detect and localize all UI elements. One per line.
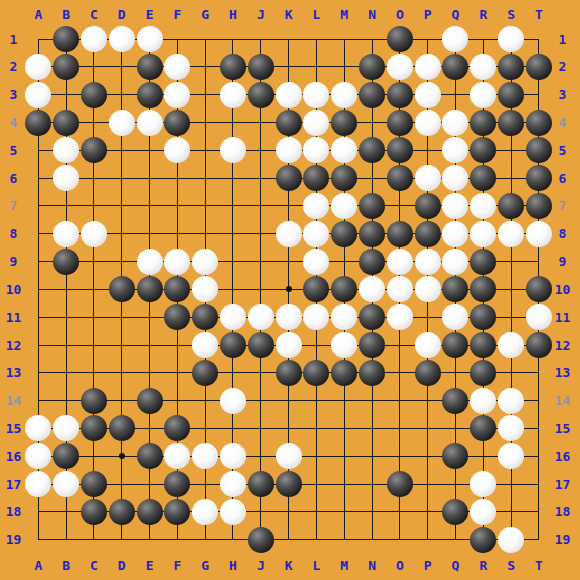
cell-N10[interactable]: [358, 276, 386, 304]
cell-O3[interactable]: [386, 81, 414, 109]
cell-O12[interactable]: [386, 331, 414, 359]
cell-K4[interactable]: [275, 109, 303, 137]
cell-D7[interactable]: [108, 192, 136, 220]
cell-A11[interactable]: [24, 303, 52, 331]
cell-C10[interactable]: [80, 276, 108, 304]
cell-O17[interactable]: [386, 470, 414, 498]
cell-S19[interactable]: [497, 526, 525, 554]
cell-S3[interactable]: [497, 81, 525, 109]
cell-P18[interactable]: [414, 498, 442, 526]
cell-D13[interactable]: [108, 359, 136, 387]
cell-R19[interactable]: [469, 526, 497, 554]
cell-C13[interactable]: [80, 359, 108, 387]
cell-O14[interactable]: [386, 387, 414, 415]
cell-N12[interactable]: [358, 331, 386, 359]
cell-P3[interactable]: [414, 81, 442, 109]
cell-C11[interactable]: [80, 303, 108, 331]
cell-A10[interactable]: [24, 276, 52, 304]
cell-E6[interactable]: [136, 164, 164, 192]
cell-R18[interactable]: [469, 498, 497, 526]
cell-C7[interactable]: [80, 192, 108, 220]
cell-F5[interactable]: [163, 136, 191, 164]
cell-M14[interactable]: [330, 387, 358, 415]
cell-F11[interactable]: [163, 303, 191, 331]
cell-E10[interactable]: [136, 276, 164, 304]
cell-P16[interactable]: [414, 442, 442, 470]
cell-L4[interactable]: [303, 109, 331, 137]
cell-P1[interactable]: [414, 25, 442, 53]
cell-Q13[interactable]: [442, 359, 470, 387]
cell-B7[interactable]: [52, 192, 80, 220]
cell-C2[interactable]: [80, 53, 108, 81]
cell-C14[interactable]: [80, 387, 108, 415]
cell-D4[interactable]: [108, 109, 136, 137]
cell-S1[interactable]: [497, 25, 525, 53]
cell-A15[interactable]: [24, 415, 52, 443]
cell-Q15[interactable]: [442, 415, 470, 443]
cell-R4[interactable]: [469, 109, 497, 137]
cell-S4[interactable]: [497, 109, 525, 137]
cell-A13[interactable]: [24, 359, 52, 387]
cell-G8[interactable]: [191, 220, 219, 248]
cell-J9[interactable]: [247, 248, 275, 276]
cell-K18[interactable]: [275, 498, 303, 526]
cell-D1[interactable]: [108, 25, 136, 53]
cell-B8[interactable]: [52, 220, 80, 248]
cell-B12[interactable]: [52, 331, 80, 359]
cell-Q11[interactable]: [442, 303, 470, 331]
cell-R12[interactable]: [469, 331, 497, 359]
cell-G3[interactable]: [191, 81, 219, 109]
cell-E9[interactable]: [136, 248, 164, 276]
cell-O16[interactable]: [386, 442, 414, 470]
cell-H9[interactable]: [219, 248, 247, 276]
cell-M5[interactable]: [330, 136, 358, 164]
cell-A3[interactable]: [24, 81, 52, 109]
cell-M10[interactable]: [330, 276, 358, 304]
cell-M6[interactable]: [330, 164, 358, 192]
cell-P2[interactable]: [414, 53, 442, 81]
cell-T4[interactable]: [525, 109, 553, 137]
cell-S18[interactable]: [497, 498, 525, 526]
cell-G5[interactable]: [191, 136, 219, 164]
cell-N16[interactable]: [358, 442, 386, 470]
cell-B13[interactable]: [52, 359, 80, 387]
cell-H16[interactable]: [219, 442, 247, 470]
cell-D11[interactable]: [108, 303, 136, 331]
cell-R1[interactable]: [469, 25, 497, 53]
cell-P6[interactable]: [414, 164, 442, 192]
cell-K14[interactable]: [275, 387, 303, 415]
cell-R3[interactable]: [469, 81, 497, 109]
cell-J5[interactable]: [247, 136, 275, 164]
cell-M2[interactable]: [330, 53, 358, 81]
cell-K16[interactable]: [275, 442, 303, 470]
cell-K12[interactable]: [275, 331, 303, 359]
cell-C18[interactable]: [80, 498, 108, 526]
cell-T9[interactable]: [525, 248, 553, 276]
cell-N2[interactable]: [358, 53, 386, 81]
cell-M19[interactable]: [330, 526, 358, 554]
cell-O9[interactable]: [386, 248, 414, 276]
cell-L18[interactable]: [303, 498, 331, 526]
cell-Q6[interactable]: [442, 164, 470, 192]
cell-O7[interactable]: [386, 192, 414, 220]
cell-L2[interactable]: [303, 53, 331, 81]
cell-M17[interactable]: [330, 470, 358, 498]
cell-B1[interactable]: [52, 25, 80, 53]
cell-J12[interactable]: [247, 331, 275, 359]
cell-L15[interactable]: [303, 415, 331, 443]
cell-C6[interactable]: [80, 164, 108, 192]
cell-A19[interactable]: [24, 526, 52, 554]
cell-J16[interactable]: [247, 442, 275, 470]
cell-P9[interactable]: [414, 248, 442, 276]
cell-G11[interactable]: [191, 303, 219, 331]
cell-Q17[interactable]: [442, 470, 470, 498]
cell-H2[interactable]: [219, 53, 247, 81]
cell-T1[interactable]: [525, 25, 553, 53]
cell-M15[interactable]: [330, 415, 358, 443]
cell-Q2[interactable]: [442, 53, 470, 81]
cell-T8[interactable]: [525, 220, 553, 248]
cell-K8[interactable]: [275, 220, 303, 248]
cell-Q14[interactable]: [442, 387, 470, 415]
cell-S5[interactable]: [497, 136, 525, 164]
cell-M11[interactable]: [330, 303, 358, 331]
cell-E3[interactable]: [136, 81, 164, 109]
cell-S8[interactable]: [497, 220, 525, 248]
cell-F15[interactable]: [163, 415, 191, 443]
cell-G1[interactable]: [191, 25, 219, 53]
cell-N7[interactable]: [358, 192, 386, 220]
cell-B9[interactable]: [52, 248, 80, 276]
cell-T3[interactable]: [525, 81, 553, 109]
cell-B17[interactable]: [52, 470, 80, 498]
cell-H8[interactable]: [219, 220, 247, 248]
cell-E19[interactable]: [136, 526, 164, 554]
cell-T14[interactable]: [525, 387, 553, 415]
cell-N14[interactable]: [358, 387, 386, 415]
cell-J17[interactable]: [247, 470, 275, 498]
cell-P17[interactable]: [414, 470, 442, 498]
cell-K5[interactable]: [275, 136, 303, 164]
cell-L1[interactable]: [303, 25, 331, 53]
cell-G19[interactable]: [191, 526, 219, 554]
cell-A4[interactable]: [24, 109, 52, 137]
cell-F17[interactable]: [163, 470, 191, 498]
cell-F6[interactable]: [163, 164, 191, 192]
cell-H15[interactable]: [219, 415, 247, 443]
cell-N19[interactable]: [358, 526, 386, 554]
cell-S17[interactable]: [497, 470, 525, 498]
cell-C17[interactable]: [80, 470, 108, 498]
cell-R16[interactable]: [469, 442, 497, 470]
cell-A14[interactable]: [24, 387, 52, 415]
cell-Q3[interactable]: [442, 81, 470, 109]
cell-N17[interactable]: [358, 470, 386, 498]
cell-O8[interactable]: [386, 220, 414, 248]
cell-A18[interactable]: [24, 498, 52, 526]
cell-O4[interactable]: [386, 109, 414, 137]
cell-J15[interactable]: [247, 415, 275, 443]
cell-J7[interactable]: [247, 192, 275, 220]
cell-T15[interactable]: [525, 415, 553, 443]
cell-R5[interactable]: [469, 136, 497, 164]
cell-P19[interactable]: [414, 526, 442, 554]
cell-B3[interactable]: [52, 81, 80, 109]
cell-S11[interactable]: [497, 303, 525, 331]
cell-K11[interactable]: [275, 303, 303, 331]
cell-L3[interactable]: [303, 81, 331, 109]
cell-B15[interactable]: [52, 415, 80, 443]
cell-R8[interactable]: [469, 220, 497, 248]
cell-M18[interactable]: [330, 498, 358, 526]
cell-H7[interactable]: [219, 192, 247, 220]
cell-D10[interactable]: [108, 276, 136, 304]
cell-D14[interactable]: [108, 387, 136, 415]
cell-F2[interactable]: [163, 53, 191, 81]
cell-N13[interactable]: [358, 359, 386, 387]
cell-R10[interactable]: [469, 276, 497, 304]
cell-G18[interactable]: [191, 498, 219, 526]
cell-C4[interactable]: [80, 109, 108, 137]
cell-N6[interactable]: [358, 164, 386, 192]
cell-A7[interactable]: [24, 192, 52, 220]
cell-Q1[interactable]: [442, 25, 470, 53]
cell-J2[interactable]: [247, 53, 275, 81]
cell-F10[interactable]: [163, 276, 191, 304]
cell-G2[interactable]: [191, 53, 219, 81]
cell-L17[interactable]: [303, 470, 331, 498]
cell-P8[interactable]: [414, 220, 442, 248]
cell-G14[interactable]: [191, 387, 219, 415]
cell-Q16[interactable]: [442, 442, 470, 470]
cell-A5[interactable]: [24, 136, 52, 164]
cell-E1[interactable]: [136, 25, 164, 53]
cell-L19[interactable]: [303, 526, 331, 554]
cell-S15[interactable]: [497, 415, 525, 443]
cell-J8[interactable]: [247, 220, 275, 248]
cell-A8[interactable]: [24, 220, 52, 248]
cell-C9[interactable]: [80, 248, 108, 276]
cell-E8[interactable]: [136, 220, 164, 248]
cell-H4[interactable]: [219, 109, 247, 137]
cell-P11[interactable]: [414, 303, 442, 331]
cell-R14[interactable]: [469, 387, 497, 415]
cell-M4[interactable]: [330, 109, 358, 137]
cell-P5[interactable]: [414, 136, 442, 164]
cell-E18[interactable]: [136, 498, 164, 526]
cell-N11[interactable]: [358, 303, 386, 331]
cell-J1[interactable]: [247, 25, 275, 53]
cell-Q8[interactable]: [442, 220, 470, 248]
cell-L11[interactable]: [303, 303, 331, 331]
cell-P10[interactable]: [414, 276, 442, 304]
cell-N15[interactable]: [358, 415, 386, 443]
cell-Q5[interactable]: [442, 136, 470, 164]
cell-B6[interactable]: [52, 164, 80, 192]
cell-E5[interactable]: [136, 136, 164, 164]
cell-G13[interactable]: [191, 359, 219, 387]
cell-T7[interactable]: [525, 192, 553, 220]
cell-M12[interactable]: [330, 331, 358, 359]
cell-H11[interactable]: [219, 303, 247, 331]
cell-O10[interactable]: [386, 276, 414, 304]
cell-S7[interactable]: [497, 192, 525, 220]
cell-T5[interactable]: [525, 136, 553, 164]
cell-M1[interactable]: [330, 25, 358, 53]
cell-P13[interactable]: [414, 359, 442, 387]
cell-C8[interactable]: [80, 220, 108, 248]
cell-D17[interactable]: [108, 470, 136, 498]
cell-R7[interactable]: [469, 192, 497, 220]
cell-O11[interactable]: [386, 303, 414, 331]
cell-F16[interactable]: [163, 442, 191, 470]
cell-R11[interactable]: [469, 303, 497, 331]
cell-D8[interactable]: [108, 220, 136, 248]
cell-H12[interactable]: [219, 331, 247, 359]
cell-K19[interactable]: [275, 526, 303, 554]
cell-R15[interactable]: [469, 415, 497, 443]
cell-K10[interactable]: [275, 276, 303, 304]
cell-K7[interactable]: [275, 192, 303, 220]
cell-E7[interactable]: [136, 192, 164, 220]
cell-F18[interactable]: [163, 498, 191, 526]
cell-O5[interactable]: [386, 136, 414, 164]
cell-D6[interactable]: [108, 164, 136, 192]
cell-K13[interactable]: [275, 359, 303, 387]
cell-E15[interactable]: [136, 415, 164, 443]
cell-E2[interactable]: [136, 53, 164, 81]
cell-D16[interactable]: [108, 442, 136, 470]
cell-T13[interactable]: [525, 359, 553, 387]
cell-Q18[interactable]: [442, 498, 470, 526]
cell-J6[interactable]: [247, 164, 275, 192]
cell-J13[interactable]: [247, 359, 275, 387]
cell-T18[interactable]: [525, 498, 553, 526]
cell-A6[interactable]: [24, 164, 52, 192]
cell-M16[interactable]: [330, 442, 358, 470]
cell-G16[interactable]: [191, 442, 219, 470]
cell-F7[interactable]: [163, 192, 191, 220]
cell-Q10[interactable]: [442, 276, 470, 304]
cell-M7[interactable]: [330, 192, 358, 220]
cell-K17[interactable]: [275, 470, 303, 498]
cell-J4[interactable]: [247, 109, 275, 137]
cell-S12[interactable]: [497, 331, 525, 359]
cell-B14[interactable]: [52, 387, 80, 415]
cell-O18[interactable]: [386, 498, 414, 526]
cell-P12[interactable]: [414, 331, 442, 359]
cell-F12[interactable]: [163, 331, 191, 359]
cell-T16[interactable]: [525, 442, 553, 470]
cell-N3[interactable]: [358, 81, 386, 109]
cell-F8[interactable]: [163, 220, 191, 248]
cell-J11[interactable]: [247, 303, 275, 331]
cell-L6[interactable]: [303, 164, 331, 192]
cell-H18[interactable]: [219, 498, 247, 526]
cell-Q12[interactable]: [442, 331, 470, 359]
cell-E14[interactable]: [136, 387, 164, 415]
cell-E16[interactable]: [136, 442, 164, 470]
cell-E4[interactable]: [136, 109, 164, 137]
cell-E13[interactable]: [136, 359, 164, 387]
cell-N9[interactable]: [358, 248, 386, 276]
cell-F14[interactable]: [163, 387, 191, 415]
cell-C16[interactable]: [80, 442, 108, 470]
cell-H13[interactable]: [219, 359, 247, 387]
cell-T17[interactable]: [525, 470, 553, 498]
cell-A16[interactable]: [24, 442, 52, 470]
cell-H17[interactable]: [219, 470, 247, 498]
cell-R17[interactable]: [469, 470, 497, 498]
cell-C5[interactable]: [80, 136, 108, 164]
cell-C1[interactable]: [80, 25, 108, 53]
cell-E17[interactable]: [136, 470, 164, 498]
cell-R2[interactable]: [469, 53, 497, 81]
cell-L7[interactable]: [303, 192, 331, 220]
cell-H10[interactable]: [219, 276, 247, 304]
cell-J19[interactable]: [247, 526, 275, 554]
cell-S10[interactable]: [497, 276, 525, 304]
cell-B18[interactable]: [52, 498, 80, 526]
cell-N18[interactable]: [358, 498, 386, 526]
cell-B4[interactable]: [52, 109, 80, 137]
cell-L12[interactable]: [303, 331, 331, 359]
cell-L9[interactable]: [303, 248, 331, 276]
cell-D3[interactable]: [108, 81, 136, 109]
cell-D5[interactable]: [108, 136, 136, 164]
cell-B5[interactable]: [52, 136, 80, 164]
cell-R6[interactable]: [469, 164, 497, 192]
cell-M3[interactable]: [330, 81, 358, 109]
cell-J10[interactable]: [247, 276, 275, 304]
cell-L16[interactable]: [303, 442, 331, 470]
cell-H6[interactable]: [219, 164, 247, 192]
cell-N5[interactable]: [358, 136, 386, 164]
cell-B19[interactable]: [52, 526, 80, 554]
cell-K15[interactable]: [275, 415, 303, 443]
cell-R9[interactable]: [469, 248, 497, 276]
cell-K3[interactable]: [275, 81, 303, 109]
cell-E12[interactable]: [136, 331, 164, 359]
cell-L5[interactable]: [303, 136, 331, 164]
cell-B10[interactable]: [52, 276, 80, 304]
cell-Q9[interactable]: [442, 248, 470, 276]
cell-P14[interactable]: [414, 387, 442, 415]
cell-F3[interactable]: [163, 81, 191, 109]
cell-T6[interactable]: [525, 164, 553, 192]
cell-Q19[interactable]: [442, 526, 470, 554]
cell-R13[interactable]: [469, 359, 497, 387]
cell-G15[interactable]: [191, 415, 219, 443]
cell-M13[interactable]: [330, 359, 358, 387]
cell-G12[interactable]: [191, 331, 219, 359]
cell-J3[interactable]: [247, 81, 275, 109]
cell-T10[interactable]: [525, 276, 553, 304]
cell-C12[interactable]: [80, 331, 108, 359]
cell-G4[interactable]: [191, 109, 219, 137]
cell-S13[interactable]: [497, 359, 525, 387]
cell-F19[interactable]: [163, 526, 191, 554]
cell-Q7[interactable]: [442, 192, 470, 220]
cell-O6[interactable]: [386, 164, 414, 192]
cell-B11[interactable]: [52, 303, 80, 331]
cell-H1[interactable]: [219, 25, 247, 53]
cell-S14[interactable]: [497, 387, 525, 415]
cell-J14[interactable]: [247, 387, 275, 415]
